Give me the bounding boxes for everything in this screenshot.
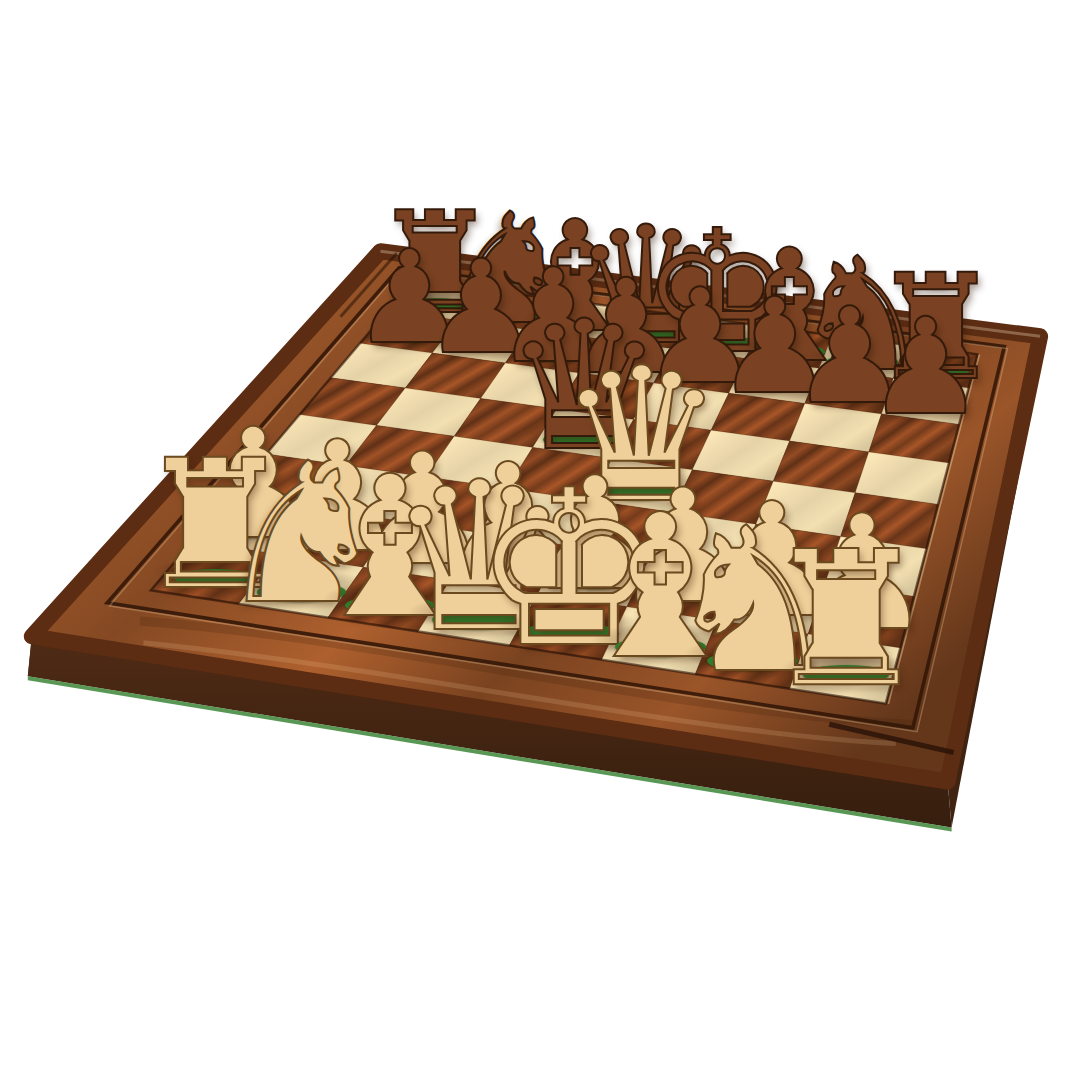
chess-board xyxy=(0,0,1080,1080)
chess-set-product-photo: ♜♞♝♛♚♝♞♜♟♟♟♟♟♟♟♟♛♛♟♟♟♟♟♟♟♟♜♞♝♛♚♝♞♜ xyxy=(0,0,1080,1080)
